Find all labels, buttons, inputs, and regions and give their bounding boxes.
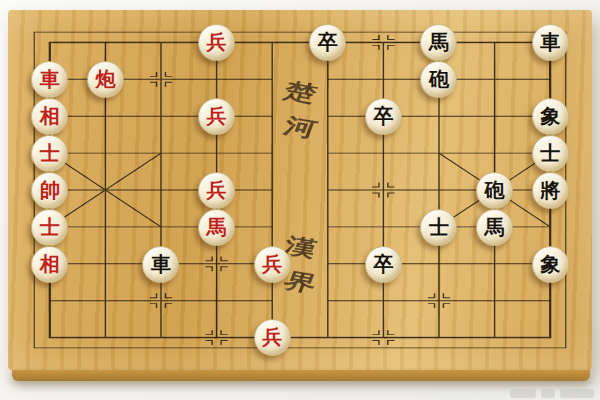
piece-black-advisor[interactable]: 士 <box>420 209 457 246</box>
piece-character: 兵 <box>207 180 227 200</box>
photo-scene: 楚 河 漢 界 車象士將象砲馬馬砲士卒卒卒車兵兵兵兵兵馬炮車相士帥士相 <box>0 0 600 400</box>
piece-character: 車 <box>151 254 171 274</box>
piece-character: 將 <box>540 180 560 200</box>
xiangqi-board[interactable]: 楚 河 漢 界 車象士將象砲馬馬砲士卒卒卒車兵兵兵兵兵馬炮車相士帥士相 <box>8 10 592 370</box>
piece-red-horse[interactable]: 馬 <box>198 209 235 246</box>
piece-red-soldier[interactable]: 兵 <box>198 24 235 61</box>
piece-black-soldier[interactable]: 卒 <box>309 24 346 61</box>
piece-red-chariot[interactable]: 車 <box>31 61 68 98</box>
piece-red-soldier[interactable]: 兵 <box>254 319 291 356</box>
piece-character: 相 <box>40 254 60 274</box>
piece-character: 兵 <box>207 32 227 52</box>
piece-black-chariot[interactable]: 車 <box>532 24 569 61</box>
piece-black-chariot[interactable]: 車 <box>142 246 179 283</box>
piece-black-soldier[interactable]: 卒 <box>365 246 402 283</box>
piece-red-advisor[interactable]: 士 <box>31 135 68 172</box>
piece-black-general[interactable]: 將 <box>532 172 569 209</box>
piece-character: 兵 <box>262 327 282 347</box>
piece-character: 炮 <box>95 69 115 89</box>
piece-character: 砲 <box>429 69 449 89</box>
piece-character: 馬 <box>429 32 449 52</box>
watermark-fragment <box>541 389 555 398</box>
piece-red-soldier[interactable]: 兵 <box>254 246 291 283</box>
piece-red-elephant[interactable]: 相 <box>31 246 68 283</box>
piece-black-horse[interactable]: 馬 <box>420 24 457 61</box>
piece-character: 馬 <box>485 217 505 237</box>
piece-red-cannon[interactable]: 炮 <box>87 61 124 98</box>
piece-character: 車 <box>540 32 560 52</box>
watermark-fragment <box>510 389 536 398</box>
piece-character: 兵 <box>262 254 282 274</box>
piece-black-elephant[interactable]: 象 <box>532 98 569 135</box>
piece-black-elephant[interactable]: 象 <box>532 246 569 283</box>
piece-character: 卒 <box>318 32 338 52</box>
piece-character: 馬 <box>207 217 227 237</box>
piece-character: 帥 <box>40 180 60 200</box>
piece-black-soldier[interactable]: 卒 <box>365 98 402 135</box>
piece-character: 砲 <box>485 180 505 200</box>
piece-character: 卒 <box>373 106 393 126</box>
piece-character: 卒 <box>373 254 393 274</box>
piece-black-cannon[interactable]: 砲 <box>420 61 457 98</box>
piece-character: 兵 <box>207 106 227 126</box>
watermark-fragment <box>560 389 594 398</box>
piece-character: 象 <box>540 254 560 274</box>
board-play-area: 楚 河 漢 界 車象士將象砲馬馬砲士卒卒卒車兵兵兵兵兵馬炮車相士帥士相 <box>22 24 578 356</box>
piece-red-elephant[interactable]: 相 <box>31 98 68 135</box>
piece-character: 相 <box>40 106 60 126</box>
piece-red-soldier[interactable]: 兵 <box>198 98 235 135</box>
piece-grid: 車象士將象砲馬馬砲士卒卒卒車兵兵兵兵兵馬炮車相士帥士相 <box>22 24 578 356</box>
piece-character: 士 <box>429 217 449 237</box>
piece-character: 象 <box>540 106 560 126</box>
piece-red-soldier[interactable]: 兵 <box>198 172 235 209</box>
piece-character: 士 <box>540 143 560 163</box>
piece-black-horse[interactable]: 馬 <box>476 209 513 246</box>
piece-character: 士 <box>40 217 60 237</box>
watermark <box>510 389 594 398</box>
piece-character: 車 <box>40 69 60 89</box>
board-front-edge <box>12 370 590 381</box>
piece-character: 士 <box>40 143 60 163</box>
piece-red-general[interactable]: 帥 <box>31 172 68 209</box>
piece-red-advisor[interactable]: 士 <box>31 209 68 246</box>
piece-black-cannon[interactable]: 砲 <box>476 172 513 209</box>
piece-black-advisor[interactable]: 士 <box>532 135 569 172</box>
